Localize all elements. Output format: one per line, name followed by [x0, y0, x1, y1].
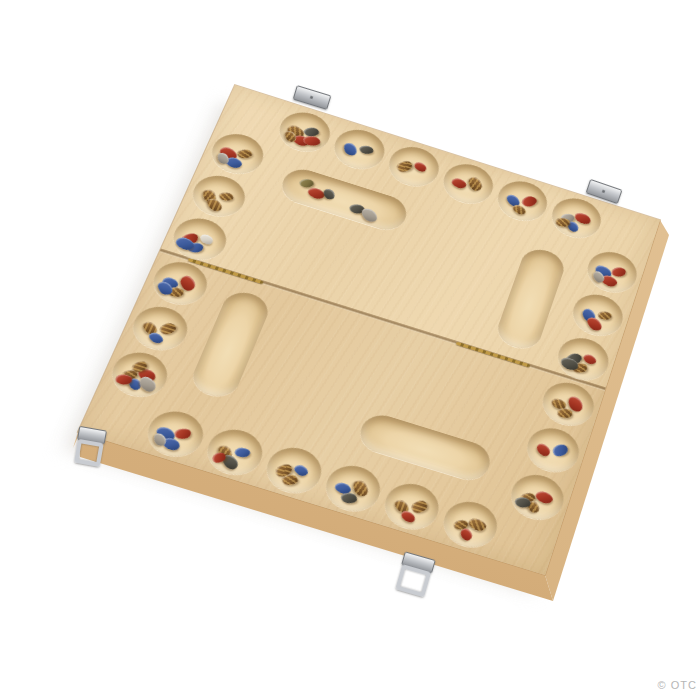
latch-bottom-icon	[394, 551, 436, 597]
stone-blue	[234, 447, 250, 457]
watermark: © OTC	[658, 679, 697, 691]
product-photo: © OTC	[0, 0, 700, 700]
